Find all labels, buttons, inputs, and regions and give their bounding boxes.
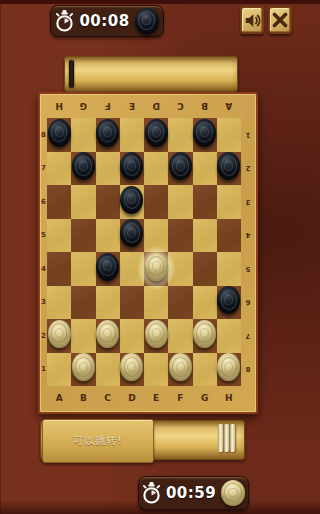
- top-timer-value: 00:08: [79, 12, 129, 30]
- coord-label: H: [47, 94, 71, 118]
- bottom-timer-value: 00:59: [166, 484, 216, 502]
- checker-piece-light-C2[interactable]: [96, 320, 119, 348]
- checker-piece-light-G2[interactable]: [193, 320, 216, 348]
- checker-piece-dark-D7[interactable]: [120, 152, 143, 180]
- coord-label: G: [71, 94, 95, 118]
- file-labels-bottom: ABCDEFGH: [47, 386, 241, 410]
- bottom-player-timer-panel: 00:59: [138, 476, 249, 510]
- captured-piece-strip-dark: [69, 60, 74, 88]
- coord-label: 2: [40, 319, 47, 353]
- coord-label: A: [47, 386, 71, 410]
- close-button[interactable]: [268, 6, 292, 34]
- coord-label: 4: [40, 252, 47, 286]
- message-plaque: 可以跳转!: [42, 419, 154, 463]
- file-labels-top: ABCDEFGH: [47, 94, 241, 118]
- checker-piece-light-B1[interactable]: [72, 353, 95, 381]
- coord-label: B: [193, 94, 217, 118]
- coord-label: 5: [241, 252, 255, 286]
- checker-piece-dark-B7[interactable]: [72, 152, 95, 180]
- checker-piece-light-D1[interactable]: [120, 353, 143, 381]
- checker-piece-dark-F7[interactable]: [169, 152, 192, 180]
- coord-label: 8: [241, 353, 255, 387]
- coord-label: C: [168, 94, 192, 118]
- coord-label: 7: [241, 319, 255, 353]
- captured-piece-strip-light: [218, 424, 223, 452]
- coord-label: E: [144, 386, 168, 410]
- coord-label: E: [120, 94, 144, 118]
- coord-label: 7: [40, 152, 47, 186]
- checker-piece-dark-G8[interactable]: [193, 119, 216, 147]
- coord-label: 6: [241, 286, 255, 320]
- coord-label: 5: [40, 219, 47, 253]
- checker-piece-dark-A8[interactable]: [48, 119, 71, 147]
- coord-label: 3: [241, 185, 255, 219]
- coord-label: C: [96, 386, 120, 410]
- coord-label: 6: [40, 185, 47, 219]
- coord-label: G: [193, 386, 217, 410]
- piece-layer: [47, 118, 241, 386]
- stopwatch-icon: [142, 482, 161, 505]
- checker-piece-light-H1[interactable]: [217, 353, 240, 381]
- checker-piece-light-E4[interactable]: [145, 253, 168, 281]
- checker-piece-dark-C4[interactable]: [96, 253, 119, 281]
- captured-piece-strip-light: [224, 424, 229, 452]
- checker-piece-dark-H3[interactable]: [217, 286, 240, 314]
- coord-label: B: [71, 386, 95, 410]
- coord-label: A: [217, 94, 241, 118]
- coord-label: F: [96, 94, 120, 118]
- checker-piece-dark-C8[interactable]: [96, 119, 119, 147]
- checker-piece-dark-H7[interactable]: [217, 152, 240, 180]
- coord-label: F: [168, 386, 192, 410]
- coord-label: 1: [241, 118, 255, 152]
- coord-label: 4: [241, 219, 255, 253]
- coord-label: D: [144, 94, 168, 118]
- close-x-icon: [272, 12, 288, 28]
- top-player-timer-panel: 00:08: [50, 5, 164, 37]
- checkers-app-screen: { "game": "checkers", "window": {"width"…: [0, 0, 294, 514]
- coord-label: 3: [40, 286, 47, 320]
- coord-label: 1: [40, 353, 47, 387]
- hint-message: 可以跳转!: [73, 434, 122, 448]
- captured-light-tray: 可以跳转!: [40, 420, 245, 460]
- board-frame: ABCDEFGH 87654321 87654321 ABCDEFGH: [38, 92, 258, 414]
- coord-label: 2: [241, 152, 255, 186]
- top-player-piece-dark: [135, 8, 159, 34]
- stopwatch-icon: [55, 10, 74, 33]
- checker-piece-light-E2[interactable]: [145, 320, 168, 348]
- playing-area: [47, 118, 241, 386]
- captured-piece-strip-light: [230, 424, 235, 452]
- sound-button[interactable]: [240, 6, 264, 34]
- bottom-player-piece-light: [221, 480, 245, 506]
- rank-labels-right: 87654321: [241, 118, 255, 386]
- rank-labels-left: 87654321: [40, 118, 47, 386]
- coord-label: 8: [40, 118, 47, 152]
- checker-piece-light-A2[interactable]: [48, 320, 71, 348]
- captured-dark-tray: [64, 56, 238, 92]
- checker-piece-dark-D5[interactable]: [120, 219, 143, 247]
- checker-piece-dark-D6[interactable]: [120, 186, 143, 214]
- checker-piece-light-F1[interactable]: [169, 353, 192, 381]
- speaker-icon: [244, 12, 261, 29]
- coord-label: H: [217, 386, 241, 410]
- checker-piece-dark-E8[interactable]: [145, 119, 168, 147]
- coord-label: D: [120, 386, 144, 410]
